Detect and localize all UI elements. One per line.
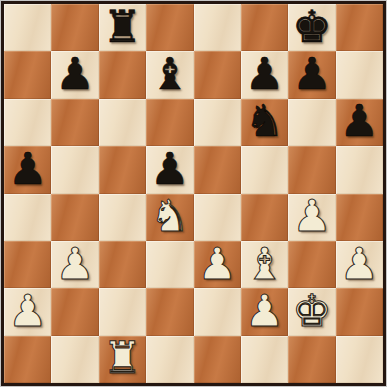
square-g4[interactable]: ♟ (288, 194, 335, 241)
square-c4[interactable] (99, 194, 146, 241)
square-d3[interactable] (146, 241, 193, 288)
square-h6[interactable]: ♟ (336, 99, 383, 146)
square-h4[interactable] (336, 194, 383, 241)
square-d8[interactable] (146, 4, 193, 51)
square-g3[interactable] (288, 241, 335, 288)
square-c2[interactable] (99, 288, 146, 335)
square-d6[interactable] (146, 99, 193, 146)
white-pawn-e3[interactable]: ♟ (197, 242, 236, 286)
black-knight-f6[interactable]: ♞ (245, 99, 284, 143)
square-g2[interactable]: ♚ (288, 288, 335, 335)
square-a3[interactable] (4, 241, 51, 288)
square-f2[interactable]: ♟ (241, 288, 288, 335)
square-e4[interactable] (194, 194, 241, 241)
white-pawn-f2[interactable]: ♟ (245, 289, 284, 333)
square-e1[interactable] (194, 336, 241, 383)
white-pawn-h3[interactable]: ♟ (340, 242, 379, 286)
square-c5[interactable] (99, 146, 146, 193)
square-e2[interactable] (194, 288, 241, 335)
square-h5[interactable] (336, 146, 383, 193)
black-pawn-b7[interactable]: ♟ (55, 52, 94, 96)
chess-board: ♜♚♟♝♟♟♞♟♟♟♞♟♟♟♝♟♟♟♚♜ (4, 4, 383, 383)
square-e3[interactable]: ♟ (194, 241, 241, 288)
square-c6[interactable] (99, 99, 146, 146)
square-b8[interactable] (51, 4, 98, 51)
black-pawn-d5[interactable]: ♟ (150, 147, 189, 191)
square-f7[interactable]: ♟ (241, 51, 288, 98)
square-g5[interactable] (288, 146, 335, 193)
square-c1[interactable]: ♜ (99, 336, 146, 383)
white-pawn-g4[interactable]: ♟ (292, 194, 331, 238)
square-a4[interactable] (4, 194, 51, 241)
square-a1[interactable] (4, 336, 51, 383)
white-pawn-a2[interactable]: ♟ (8, 289, 47, 333)
square-f5[interactable] (241, 146, 288, 193)
square-g1[interactable] (288, 336, 335, 383)
square-b3[interactable]: ♟ (51, 241, 98, 288)
black-pawn-a5[interactable]: ♟ (8, 147, 47, 191)
white-rook-c1[interactable]: ♜ (103, 336, 142, 380)
square-b4[interactable] (51, 194, 98, 241)
square-d7[interactable]: ♝ (146, 51, 193, 98)
square-h8[interactable] (336, 4, 383, 51)
white-king-g2[interactable]: ♚ (292, 289, 331, 333)
white-pawn-b3[interactable]: ♟ (55, 242, 94, 286)
square-d5[interactable]: ♟ (146, 146, 193, 193)
square-f3[interactable]: ♝ (241, 241, 288, 288)
square-b1[interactable] (51, 336, 98, 383)
black-pawn-f7[interactable]: ♟ (245, 52, 284, 96)
black-rook-c8[interactable]: ♜ (103, 5, 142, 49)
square-b6[interactable] (51, 99, 98, 146)
square-g6[interactable] (288, 99, 335, 146)
black-pawn-h6[interactable]: ♟ (340, 99, 379, 143)
square-a5[interactable]: ♟ (4, 146, 51, 193)
square-e7[interactable] (194, 51, 241, 98)
square-a6[interactable] (4, 99, 51, 146)
square-e6[interactable] (194, 99, 241, 146)
square-b5[interactable] (51, 146, 98, 193)
square-b2[interactable] (51, 288, 98, 335)
square-b7[interactable]: ♟ (51, 51, 98, 98)
square-d1[interactable] (146, 336, 193, 383)
square-g7[interactable]: ♟ (288, 51, 335, 98)
square-f6[interactable]: ♞ (241, 99, 288, 146)
square-f4[interactable] (241, 194, 288, 241)
black-pawn-g7[interactable]: ♟ (292, 52, 331, 96)
chess-board-frame: ♜♚♟♝♟♟♞♟♟♟♞♟♟♟♝♟♟♟♚♜ (0, 0, 387, 387)
white-knight-d4[interactable]: ♞ (150, 194, 189, 238)
square-a2[interactable]: ♟ (4, 288, 51, 335)
square-h3[interactable]: ♟ (336, 241, 383, 288)
white-bishop-f3[interactable]: ♝ (245, 242, 284, 286)
square-g8[interactable]: ♚ (288, 4, 335, 51)
black-bishop-d7[interactable]: ♝ (150, 52, 189, 96)
square-h2[interactable] (336, 288, 383, 335)
black-king-g8[interactable]: ♚ (292, 5, 331, 49)
square-d4[interactable]: ♞ (146, 194, 193, 241)
square-f1[interactable] (241, 336, 288, 383)
square-c3[interactable] (99, 241, 146, 288)
square-e5[interactable] (194, 146, 241, 193)
square-e8[interactable] (194, 4, 241, 51)
square-f8[interactable] (241, 4, 288, 51)
square-a7[interactable] (4, 51, 51, 98)
square-a8[interactable] (4, 4, 51, 51)
square-h7[interactable] (336, 51, 383, 98)
square-h1[interactable] (336, 336, 383, 383)
square-c8[interactable]: ♜ (99, 4, 146, 51)
square-c7[interactable] (99, 51, 146, 98)
square-d2[interactable] (146, 288, 193, 335)
